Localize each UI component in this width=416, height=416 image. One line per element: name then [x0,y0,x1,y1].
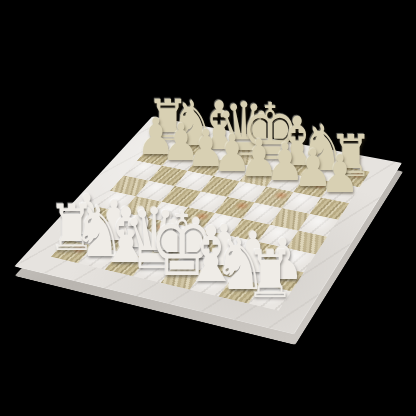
square-d2 [147,241,189,265]
square-g4 [258,225,298,248]
square-d1 [133,258,175,283]
square-g1 [219,278,262,304]
square-a2 [67,223,108,246]
square-h5 [298,214,338,237]
square-g2 [232,259,274,284]
square-f2 [203,253,245,278]
square-g5 [270,208,310,231]
square-h1 [248,284,291,310]
square-c2 [120,235,161,259]
square-g3 [245,242,286,266]
chess-board [14,117,402,335]
square-e1 [161,264,204,289]
square-f1 [189,271,232,296]
square-f4 [230,219,270,242]
square-h4 [286,231,327,255]
square-c1 [105,252,147,276]
board-3d-wrap [14,117,402,335]
square-e2 [175,247,217,271]
square-c3 [134,218,175,241]
square-e4 [202,213,242,236]
square-f3 [217,236,258,260]
square-e3 [189,230,230,253]
square-h3 [274,248,315,272]
product-photo-scene: ♜♞♝♛♚♝♞♜♟♟♟♟♟♟♟♟♟♟♟♟♟♟♟♟♜♞♝♛♚♝♞♜ [0,0,416,416]
square-d3 [161,224,202,247]
square-a1 [51,239,93,263]
square-b1 [78,246,120,270]
square-b2 [93,229,134,252]
square-h2 [261,266,303,291]
